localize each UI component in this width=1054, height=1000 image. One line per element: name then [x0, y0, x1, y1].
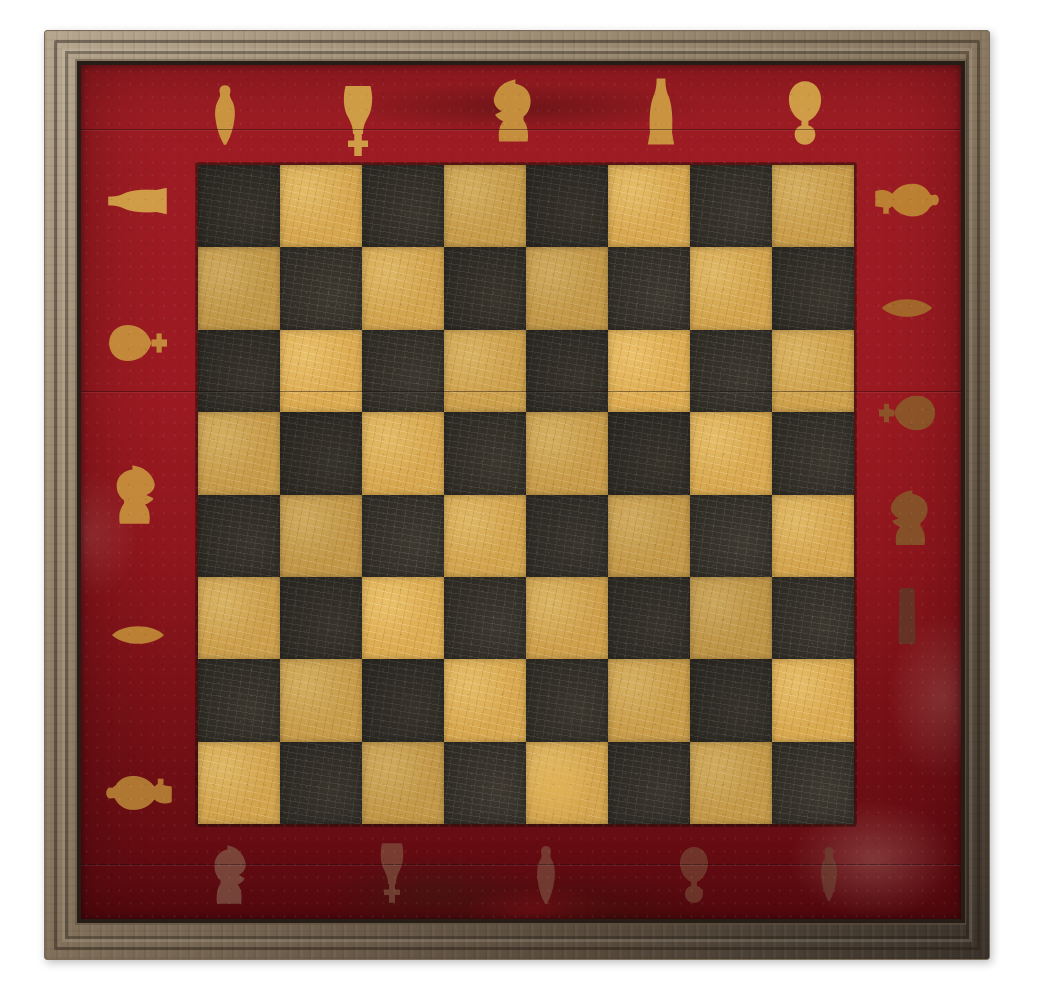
square-e3[interactable] [526, 577, 608, 659]
motif-bell-bishop-icon [639, 76, 683, 148]
square-g2[interactable] [690, 659, 772, 741]
motif-urn-king-icon [873, 175, 941, 225]
motif-urn-king-icon [104, 767, 174, 819]
square-d4[interactable] [444, 495, 526, 577]
square-c2[interactable] [362, 659, 444, 741]
motif-goblet-king-icon [372, 840, 412, 906]
square-f2[interactable] [608, 659, 690, 741]
motif-crown-orb-icon [877, 390, 937, 436]
square-d7[interactable] [444, 247, 526, 329]
square-c5[interactable] [362, 412, 444, 494]
square-g6[interactable] [690, 330, 772, 412]
square-f6[interactable] [608, 330, 690, 412]
square-h2[interactable] [772, 659, 854, 741]
square-a3[interactable] [198, 577, 280, 659]
square-f7[interactable] [608, 247, 690, 329]
square-f4[interactable] [608, 495, 690, 577]
square-g7[interactable] [690, 247, 772, 329]
square-b1[interactable] [280, 742, 362, 824]
square-g3[interactable] [690, 577, 772, 659]
square-a2[interactable] [198, 659, 280, 741]
square-c3[interactable] [362, 577, 444, 659]
square-a6[interactable] [198, 330, 280, 412]
square-b4[interactable] [280, 495, 362, 577]
square-h4[interactable] [772, 495, 854, 577]
square-h8[interactable] [772, 165, 854, 247]
square-e6[interactable] [526, 330, 608, 412]
square-a8[interactable] [198, 165, 280, 247]
board [196, 163, 856, 826]
board-photo [0, 0, 1054, 1000]
wooden-frame [44, 30, 990, 960]
motif-vase-pawn-icon [204, 83, 246, 147]
square-g8[interactable] [690, 165, 772, 247]
square-e5[interactable] [526, 412, 608, 494]
motif-crown-orb-icon [107, 319, 169, 367]
square-e8[interactable] [526, 165, 608, 247]
square-h1[interactable] [772, 742, 854, 824]
square-h5[interactable] [772, 412, 854, 494]
square-b2[interactable] [280, 659, 362, 741]
motif-blob-icon [890, 586, 924, 646]
square-c7[interactable] [362, 247, 444, 329]
square-d1[interactable] [444, 742, 526, 824]
square-f8[interactable] [608, 165, 690, 247]
square-d5[interactable] [444, 412, 526, 494]
motif-knight-icon [209, 843, 255, 907]
motif-lens-icon [109, 622, 167, 648]
square-b5[interactable] [280, 412, 362, 494]
square-h3[interactable] [772, 577, 854, 659]
square-b8[interactable] [280, 165, 362, 247]
square-b7[interactable] [280, 247, 362, 329]
square-e7[interactable] [526, 247, 608, 329]
square-d3[interactable] [444, 577, 526, 659]
motif-knight-icon [880, 488, 934, 548]
square-e1[interactable] [526, 742, 608, 824]
motif-knight-icon [483, 77, 537, 145]
square-e2[interactable] [526, 659, 608, 741]
square-h7[interactable] [772, 247, 854, 329]
square-g1[interactable] [690, 742, 772, 824]
square-a7[interactable] [198, 247, 280, 329]
red-painted-border [81, 65, 961, 919]
square-c4[interactable] [362, 495, 444, 577]
square-f3[interactable] [608, 577, 690, 659]
motif-knight-icon [110, 463, 166, 527]
square-g5[interactable] [690, 412, 772, 494]
square-a5[interactable] [198, 412, 280, 494]
square-c1[interactable] [362, 742, 444, 824]
motif-vase-pawn-icon [527, 844, 565, 906]
plank-seam [81, 864, 961, 865]
square-b3[interactable] [280, 577, 362, 659]
square-a1[interactable] [198, 742, 280, 824]
square-f1[interactable] [608, 742, 690, 824]
motif-round-urn-queen-icon [782, 79, 828, 147]
motif-lens-icon [879, 295, 935, 321]
square-c8[interactable] [362, 165, 444, 247]
square-f5[interactable] [608, 412, 690, 494]
motif-round-urn-queen-icon [674, 845, 714, 905]
square-c6[interactable] [362, 330, 444, 412]
square-b6[interactable] [280, 330, 362, 412]
motif-goblet-king-icon [333, 82, 383, 160]
square-d6[interactable] [444, 330, 526, 412]
square-h6[interactable] [772, 330, 854, 412]
motif-vase-pawn-icon [812, 845, 846, 903]
square-d8[interactable] [444, 165, 526, 247]
square-d2[interactable] [444, 659, 526, 741]
square-g4[interactable] [690, 495, 772, 577]
square-a4[interactable] [198, 495, 280, 577]
motif-bell-bishop-icon [106, 179, 170, 223]
plank-seam [81, 129, 961, 130]
square-e4[interactable] [526, 495, 608, 577]
